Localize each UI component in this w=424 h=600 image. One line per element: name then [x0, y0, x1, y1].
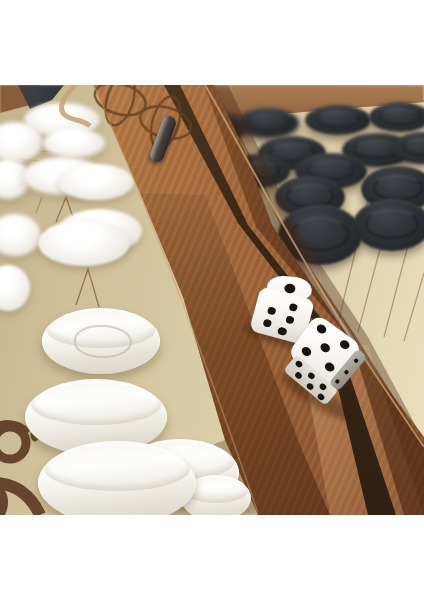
- white-checker: [42, 308, 160, 374]
- white-checkers-front-layer: [0, 85, 424, 515]
- page: [0, 0, 424, 600]
- backgammon-photo: [0, 85, 424, 515]
- white-checker: [38, 441, 196, 515]
